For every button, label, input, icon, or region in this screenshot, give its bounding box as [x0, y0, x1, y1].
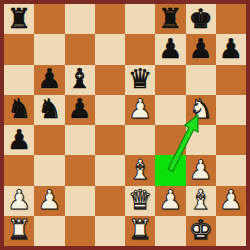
piece-black-pawn-g7[interactable]: ♟ — [189, 35, 213, 62]
square-g6[interactable] — [186, 65, 216, 95]
piece-black-pawn-b6[interactable]: ♟ — [37, 65, 61, 92]
piece-black-pawn-a4[interactable]: ♟ — [7, 126, 31, 153]
square-b7[interactable] — [34, 34, 64, 64]
square-d4[interactable] — [95, 125, 125, 155]
square-c2[interactable] — [65, 186, 95, 216]
square-a6[interactable] — [4, 65, 34, 95]
square-e8[interactable] — [125, 4, 155, 34]
piece-black-rook-f8[interactable]: ♜ — [158, 5, 182, 32]
piece-white-pawn-g3[interactable]: ♟ — [189, 156, 213, 183]
square-c7[interactable] — [65, 34, 95, 64]
square-d3[interactable] — [95, 155, 125, 185]
square-e4[interactable] — [125, 125, 155, 155]
square-e5[interactable]: ♟ — [125, 95, 155, 125]
square-h2[interactable]: ♟ — [216, 186, 246, 216]
square-a2[interactable]: ♟ — [4, 186, 34, 216]
piece-black-pawn-f7[interactable]: ♟ — [158, 35, 182, 62]
square-f1[interactable] — [155, 216, 185, 246]
piece-white-pawn-h2[interactable]: ♟ — [219, 186, 243, 213]
square-h6[interactable] — [216, 65, 246, 95]
square-d8[interactable] — [95, 4, 125, 34]
piece-black-pawn-c5[interactable]: ♟ — [68, 95, 92, 122]
square-c1[interactable] — [65, 216, 95, 246]
square-c5[interactable]: ♟ — [65, 95, 95, 125]
piece-white-pawn-e5[interactable]: ♟ — [128, 95, 152, 122]
square-c6[interactable]: ♝ — [65, 65, 95, 95]
piece-black-knight-a5[interactable]: ♞ — [7, 95, 31, 122]
square-g4[interactable] — [186, 125, 216, 155]
square-h1[interactable] — [216, 216, 246, 246]
square-b8[interactable] — [34, 4, 64, 34]
square-f5[interactable] — [155, 95, 185, 125]
square-a3[interactable] — [4, 155, 34, 185]
chess-board-frame: ♜♜♚♟♟♟♟♝♛♞♞♟♟♞♟♝♟♟♟♛♟♝♟♜♜♚ — [0, 0, 250, 250]
square-d7[interactable] — [95, 34, 125, 64]
square-b3[interactable] — [34, 155, 64, 185]
piece-white-king-g1[interactable]: ♚ — [189, 216, 213, 243]
square-g8[interactable]: ♚ — [186, 4, 216, 34]
square-e3[interactable]: ♝ — [125, 155, 155, 185]
square-f2[interactable]: ♟ — [155, 186, 185, 216]
square-h7[interactable]: ♟ — [216, 34, 246, 64]
piece-white-knight-g5[interactable]: ♞ — [189, 95, 213, 122]
square-f7[interactable]: ♟ — [155, 34, 185, 64]
square-d2[interactable] — [95, 186, 125, 216]
square-e1[interactable]: ♜ — [125, 216, 155, 246]
square-e6[interactable]: ♛ — [125, 65, 155, 95]
piece-white-pawn-a2[interactable]: ♟ — [7, 186, 31, 213]
square-h8[interactable] — [216, 4, 246, 34]
piece-black-knight-b5[interactable]: ♞ — [37, 95, 61, 122]
chess-board: ♜♜♚♟♟♟♟♝♛♞♞♟♟♞♟♝♟♟♟♛♟♝♟♜♜♚ — [4, 4, 246, 246]
square-a5[interactable]: ♞ — [4, 95, 34, 125]
piece-white-bishop-g2[interactable]: ♝ — [189, 186, 213, 213]
square-d1[interactable] — [95, 216, 125, 246]
square-b6[interactable]: ♟ — [34, 65, 64, 95]
piece-white-bishop-e3[interactable]: ♝ — [128, 156, 152, 183]
piece-white-pawn-f2[interactable]: ♟ — [158, 186, 182, 213]
square-f8[interactable]: ♜ — [155, 4, 185, 34]
square-e7[interactable] — [125, 34, 155, 64]
square-b5[interactable]: ♞ — [34, 95, 64, 125]
square-a1[interactable]: ♜ — [4, 216, 34, 246]
square-h3[interactable] — [216, 155, 246, 185]
square-g1[interactable]: ♚ — [186, 216, 216, 246]
piece-white-queen-e2[interactable]: ♛ — [128, 186, 152, 213]
square-a8[interactable]: ♜ — [4, 4, 34, 34]
piece-black-pawn-h7[interactable]: ♟ — [219, 35, 243, 62]
square-a7[interactable] — [4, 34, 34, 64]
square-f6[interactable] — [155, 65, 185, 95]
square-c8[interactable] — [65, 4, 95, 34]
square-d6[interactable] — [95, 65, 125, 95]
square-b2[interactable]: ♟ — [34, 186, 64, 216]
square-b4[interactable] — [34, 125, 64, 155]
square-h4[interactable] — [216, 125, 246, 155]
square-c4[interactable] — [65, 125, 95, 155]
square-a4[interactable]: ♟ — [4, 125, 34, 155]
piece-black-rook-a8[interactable]: ♜ — [7, 5, 31, 32]
piece-black-queen-e6[interactable]: ♛ — [128, 65, 152, 92]
piece-white-rook-e1[interactable]: ♜ — [128, 216, 152, 243]
square-f4[interactable] — [155, 125, 185, 155]
square-g3[interactable]: ♟ — [186, 155, 216, 185]
square-e2[interactable]: ♛ — [125, 186, 155, 216]
square-b1[interactable] — [34, 216, 64, 246]
square-h5[interactable] — [216, 95, 246, 125]
piece-black-bishop-c6[interactable]: ♝ — [68, 65, 92, 92]
piece-white-rook-a1[interactable]: ♜ — [7, 216, 31, 243]
square-c3[interactable] — [65, 155, 95, 185]
piece-black-king-g8[interactable]: ♚ — [189, 5, 213, 32]
piece-white-pawn-b2[interactable]: ♟ — [37, 186, 61, 213]
square-g5[interactable]: ♞ — [186, 95, 216, 125]
square-g7[interactable]: ♟ — [186, 34, 216, 64]
square-g2[interactable]: ♝ — [186, 186, 216, 216]
square-d5[interactable] — [95, 95, 125, 125]
square-f3[interactable] — [155, 155, 185, 185]
